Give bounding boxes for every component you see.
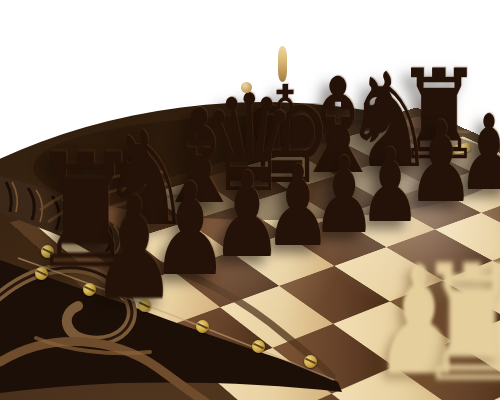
brass-screw xyxy=(252,340,265,353)
black-pawn[interactable]: ♟ xyxy=(91,178,178,320)
brass-screw xyxy=(196,320,209,333)
brass-screw xyxy=(304,355,317,368)
white-rook[interactable]: ♜ xyxy=(415,244,500,400)
chess-photo-stage: ♜ ♞ ♝ ♛ ♚ ♝ ♞ ♜ ♟ ♟ ♟ ♟ ♟ ♟ ♟ ♟ ♟ ♜ xyxy=(0,0,500,400)
